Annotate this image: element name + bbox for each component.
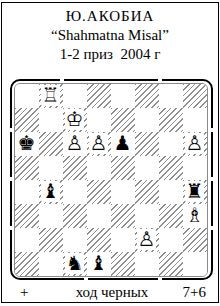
black-king-piece: ♚ xyxy=(17,133,37,154)
square-h1 xyxy=(183,252,207,276)
square-g7 xyxy=(159,108,183,132)
square-b1 xyxy=(39,252,63,276)
square-g5 xyxy=(159,156,183,180)
border-notch xyxy=(9,177,12,181)
square-a8 xyxy=(15,84,39,108)
square-g3 xyxy=(159,204,183,228)
square-e3 xyxy=(111,204,135,228)
square-b5 xyxy=(39,156,63,180)
square-h4: ♜ xyxy=(183,180,207,204)
diagram-frame: Ю.АКОБИА “Shahmatna Misal” 1-2 приз 2004… xyxy=(1,2,219,303)
square-f1 xyxy=(135,252,159,276)
border-notch xyxy=(211,128,214,132)
square-h5 xyxy=(183,156,207,180)
square-c1: ♞ xyxy=(63,252,87,276)
square-c5 xyxy=(63,156,87,180)
square-e5 xyxy=(111,156,135,180)
material-count: 7+6 xyxy=(183,284,206,301)
square-a1 xyxy=(15,252,39,276)
border-notch xyxy=(9,226,12,230)
square-g4 xyxy=(159,180,183,204)
white-rook-piece: ♖ xyxy=(41,85,61,106)
chessboard: ♖♔♚♙♙♟♙♝♜♗♙♞♝ xyxy=(10,79,213,280)
square-e7 xyxy=(111,108,135,132)
square-g1 xyxy=(159,252,183,276)
square-b8: ♖ xyxy=(39,84,63,108)
square-d6: ♙ xyxy=(87,132,111,156)
square-f3 xyxy=(135,204,159,228)
square-e4 xyxy=(111,180,135,204)
square-c4 xyxy=(63,180,87,204)
square-e1 xyxy=(111,252,135,276)
square-d3 xyxy=(87,204,111,228)
square-b2 xyxy=(39,228,63,252)
square-a5 xyxy=(15,156,39,180)
award-line: 1-2 приз 2004 г xyxy=(2,45,218,64)
board-grid: ♖♔♚♙♙♟♙♝♜♗♙♞♝ xyxy=(15,84,207,276)
white-bishop-piece: ♗ xyxy=(185,205,205,226)
black-bishop-piece: ♝ xyxy=(89,253,109,274)
square-f2: ♙ xyxy=(135,228,159,252)
square-e6: ♟ xyxy=(111,132,135,156)
square-h3: ♗ xyxy=(183,204,207,228)
white-king-piece: ♔ xyxy=(65,109,85,130)
square-e2 xyxy=(111,228,135,252)
square-a4 xyxy=(15,180,39,204)
square-g8 xyxy=(159,84,183,108)
square-h7 xyxy=(183,108,207,132)
border-notch xyxy=(211,177,214,181)
diagram-header: Ю.АКОБИА “Shahmatna Misal” 1-2 приз 2004… xyxy=(2,3,218,64)
square-h8 xyxy=(183,84,207,108)
border-notch xyxy=(158,78,162,81)
board-border: ♖♔♚♙♙♟♙♝♜♗♙♞♝ xyxy=(10,79,213,280)
square-e8 xyxy=(111,84,135,108)
board-inner-border: ♖♔♚♙♙♟♙♝♜♗♙♞♝ xyxy=(14,83,208,277)
square-c6: ♙ xyxy=(63,132,87,156)
square-f7 xyxy=(135,108,159,132)
white-pawn-piece: ♙ xyxy=(89,133,109,154)
black-knight-piece: ♞ xyxy=(65,253,85,274)
border-notch xyxy=(84,278,88,281)
square-h2 xyxy=(183,228,207,252)
stipulation-symbol: + xyxy=(20,284,28,301)
black-pawn-piece: ♟ xyxy=(113,133,133,154)
black-rook-piece: ♜ xyxy=(185,181,205,202)
square-b6 xyxy=(39,132,63,156)
square-d2 xyxy=(87,228,111,252)
square-c8 xyxy=(63,84,87,108)
author-name: Ю.АКОБИА xyxy=(2,7,218,26)
white-pawn-piece: ♙ xyxy=(65,133,85,154)
square-b4: ♝ xyxy=(39,180,63,204)
border-notch xyxy=(211,226,214,230)
square-c7: ♔ xyxy=(63,108,87,132)
source-title: “Shahmatna Misal” xyxy=(2,26,218,45)
square-a6: ♚ xyxy=(15,132,39,156)
square-d8 xyxy=(87,84,111,108)
square-d4 xyxy=(87,180,111,204)
border-notch xyxy=(60,78,64,81)
square-a2 xyxy=(15,228,39,252)
square-a7 xyxy=(15,108,39,132)
square-d1: ♝ xyxy=(87,252,111,276)
square-d5 xyxy=(87,156,111,180)
square-g2 xyxy=(159,228,183,252)
square-f6 xyxy=(135,132,159,156)
diagram-caption: + ход черных 7+6 xyxy=(2,284,220,301)
square-h6: ♙ xyxy=(183,132,207,156)
border-notch xyxy=(158,278,162,281)
square-c2 xyxy=(63,228,87,252)
square-b3 xyxy=(39,204,63,228)
square-f5 xyxy=(135,156,159,180)
square-f8 xyxy=(135,84,159,108)
square-g6 xyxy=(159,132,183,156)
white-pawn-piece: ♙ xyxy=(185,133,205,154)
black-bishop-piece: ♝ xyxy=(41,181,61,202)
border-notch xyxy=(9,128,12,132)
square-b7 xyxy=(39,108,63,132)
square-c3 xyxy=(63,204,87,228)
white-pawn-piece: ♙ xyxy=(137,229,157,250)
square-a3 xyxy=(15,204,39,228)
square-d7 xyxy=(87,108,111,132)
square-f4 xyxy=(135,180,159,204)
